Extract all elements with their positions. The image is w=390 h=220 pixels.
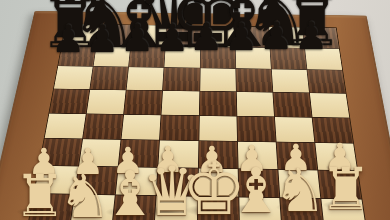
square-b4[interactable]: [83, 114, 123, 139]
square-c5[interactable]: [124, 90, 162, 114]
square-e4[interactable]: [199, 116, 237, 141]
square-h5[interactable]: [310, 93, 349, 117]
square-e5[interactable]: [199, 91, 236, 115]
square-d5[interactable]: [162, 91, 199, 115]
square-f6[interactable]: [236, 69, 272, 92]
square-d4[interactable]: [160, 115, 198, 140]
piece-black-pawn-f7[interactable]: ♟: [224, 18, 258, 56]
square-b5[interactable]: [87, 90, 126, 114]
photo-scene: ♜♞♝♛♚♝♞♜♟♟♟♟♟♟♟♟♟♟♟♟♟♟♟♟♜♞♝♛♚♝♞♜: [0, 0, 390, 220]
square-a5[interactable]: [49, 89, 89, 113]
square-h6[interactable]: [307, 70, 345, 93]
piece-black-pawn-e7[interactable]: ♟: [189, 18, 223, 56]
square-g5[interactable]: [273, 93, 311, 117]
piece-black-pawn-g7[interactable]: ♟: [259, 17, 293, 55]
piece-black-pawn-d7[interactable]: ♟: [155, 19, 189, 57]
square-f5[interactable]: [236, 92, 273, 116]
square-d6[interactable]: [163, 68, 199, 91]
square-c6[interactable]: [127, 67, 164, 90]
piece-black-pawn-c7[interactable]: ♟: [120, 19, 154, 57]
piece-black-pawn-a7[interactable]: ♟: [51, 20, 85, 58]
piece-white-rook-h1[interactable]: ♜: [320, 160, 372, 218]
square-b6[interactable]: [90, 67, 128, 90]
piece-white-knight-g1[interactable]: ♞: [273, 160, 327, 220]
square-a6[interactable]: [54, 66, 93, 89]
square-c4[interactable]: [122, 114, 161, 139]
square-g6[interactable]: [272, 70, 309, 93]
square-e6[interactable]: [200, 68, 236, 91]
piece-black-pawn-h7[interactable]: ♟: [294, 17, 328, 55]
square-a4[interactable]: [45, 113, 86, 138]
piece-black-pawn-b7[interactable]: ♟: [85, 20, 119, 58]
